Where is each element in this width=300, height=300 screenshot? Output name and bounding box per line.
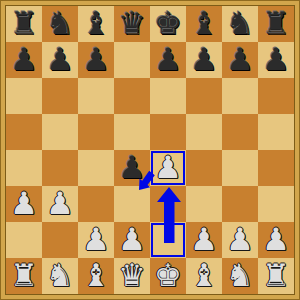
piece-black-bishop[interactable]: ♝	[190, 5, 218, 41]
square-h5[interactable]	[258, 114, 294, 150]
square-a6[interactable]	[6, 78, 42, 114]
piece-white-pawn[interactable]: ♟	[10, 185, 38, 221]
square-e1[interactable]: ♚	[150, 258, 186, 294]
piece-black-knight[interactable]: ♞	[226, 5, 254, 41]
square-c2[interactable]: ♟	[78, 222, 114, 258]
square-h7[interactable]: ♟	[258, 42, 294, 78]
square-b4[interactable]	[42, 150, 78, 186]
square-a7[interactable]: ♟	[6, 42, 42, 78]
piece-white-pawn[interactable]: ♟	[82, 221, 110, 257]
square-d7[interactable]	[114, 42, 150, 78]
square-f2[interactable]: ♟	[186, 222, 222, 258]
square-g3[interactable]	[222, 186, 258, 222]
square-b7[interactable]: ♟	[42, 42, 78, 78]
square-a3[interactable]: ♟	[6, 186, 42, 222]
square-e5[interactable]	[150, 114, 186, 150]
square-d5[interactable]	[114, 114, 150, 150]
square-g8[interactable]: ♞	[222, 6, 258, 42]
square-c7[interactable]: ♟	[78, 42, 114, 78]
square-f8[interactable]: ♝	[186, 6, 222, 42]
piece-white-bishop[interactable]: ♝	[190, 257, 218, 293]
square-h1[interactable]: ♜	[258, 258, 294, 294]
piece-black-knight[interactable]: ♞	[46, 5, 74, 41]
piece-black-pawn[interactable]: ♟	[226, 41, 254, 77]
square-h4[interactable]	[258, 150, 294, 186]
square-f7[interactable]: ♟	[186, 42, 222, 78]
piece-white-pawn[interactable]: ♟	[262, 221, 290, 257]
piece-white-bishop[interactable]: ♝	[82, 257, 110, 293]
square-b6[interactable]	[42, 78, 78, 114]
square-d8[interactable]: ♛	[114, 6, 150, 42]
square-f3[interactable]	[186, 186, 222, 222]
square-b8[interactable]: ♞	[42, 6, 78, 42]
piece-white-king[interactable]: ♚	[154, 257, 182, 293]
square-e4[interactable]: ♟	[150, 150, 186, 186]
square-g7[interactable]: ♟	[222, 42, 258, 78]
square-d4[interactable]: ♟	[114, 150, 150, 186]
square-e6[interactable]	[150, 78, 186, 114]
piece-black-bishop[interactable]: ♝	[82, 5, 110, 41]
square-c4[interactable]	[78, 150, 114, 186]
square-f6[interactable]	[186, 78, 222, 114]
piece-white-rook[interactable]: ♜	[262, 257, 290, 293]
piece-black-rook[interactable]: ♜	[262, 5, 290, 41]
square-f5[interactable]	[186, 114, 222, 150]
square-g6[interactable]	[222, 78, 258, 114]
square-a2[interactable]	[6, 222, 42, 258]
square-c3[interactable]	[78, 186, 114, 222]
square-d3[interactable]	[114, 186, 150, 222]
piece-white-rook[interactable]: ♜	[10, 257, 38, 293]
square-h6[interactable]	[258, 78, 294, 114]
piece-white-pawn[interactable]: ♟	[190, 221, 218, 257]
piece-white-pawn[interactable]: ♟	[226, 221, 254, 257]
square-a1[interactable]: ♜	[6, 258, 42, 294]
piece-black-pawn[interactable]: ♟	[262, 41, 290, 77]
piece-black-pawn[interactable]: ♟	[46, 41, 74, 77]
piece-black-pawn[interactable]: ♟	[82, 41, 110, 77]
square-f1[interactable]: ♝	[186, 258, 222, 294]
square-c1[interactable]: ♝	[78, 258, 114, 294]
square-d2[interactable]: ♟	[114, 222, 150, 258]
square-b1[interactable]: ♞	[42, 258, 78, 294]
chess-app-window: ♜♞♝♛♚♝♞♜♟♟♟♟♟♟♟♟♟♟♟♟♟♟♟♟♜♞♝♛♚♝♞♜	[0, 0, 300, 300]
square-c5[interactable]	[78, 114, 114, 150]
square-d6[interactable]	[114, 78, 150, 114]
square-c8[interactable]: ♝	[78, 6, 114, 42]
piece-black-pawn[interactable]: ♟	[154, 41, 182, 77]
piece-black-king[interactable]: ♚	[154, 5, 182, 41]
square-a4[interactable]	[6, 150, 42, 186]
square-b3[interactable]: ♟	[42, 186, 78, 222]
square-h8[interactable]: ♜	[258, 6, 294, 42]
piece-black-rook[interactable]: ♜	[10, 5, 38, 41]
square-g5[interactable]	[222, 114, 258, 150]
chess-board[interactable]: ♜♞♝♛♚♝♞♜♟♟♟♟♟♟♟♟♟♟♟♟♟♟♟♟♜♞♝♛♚♝♞♜	[6, 6, 294, 294]
square-b5[interactable]	[42, 114, 78, 150]
piece-black-queen[interactable]: ♛	[118, 5, 146, 41]
square-g4[interactable]	[222, 150, 258, 186]
piece-white-knight[interactable]: ♞	[226, 257, 254, 293]
piece-white-pawn[interactable]: ♟	[154, 149, 182, 185]
piece-white-pawn[interactable]: ♟	[118, 221, 146, 257]
square-f4[interactable]	[186, 150, 222, 186]
square-a8[interactable]: ♜	[6, 6, 42, 42]
square-e7[interactable]: ♟	[150, 42, 186, 78]
piece-black-pawn[interactable]: ♟	[118, 149, 146, 185]
square-d1[interactable]: ♛	[114, 258, 150, 294]
square-h3[interactable]	[258, 186, 294, 222]
square-h2[interactable]: ♟	[258, 222, 294, 258]
square-e8[interactable]: ♚	[150, 6, 186, 42]
piece-white-knight[interactable]: ♞	[46, 257, 74, 293]
square-g2[interactable]: ♟	[222, 222, 258, 258]
piece-white-pawn[interactable]: ♟	[46, 185, 74, 221]
piece-black-pawn[interactable]: ♟	[10, 41, 38, 77]
piece-black-pawn[interactable]: ♟	[190, 41, 218, 77]
square-e3[interactable]	[150, 186, 186, 222]
square-a5[interactable]	[6, 114, 42, 150]
square-e2[interactable]	[150, 222, 186, 258]
square-b2[interactable]	[42, 222, 78, 258]
piece-white-queen[interactable]: ♛	[118, 257, 146, 293]
square-c6[interactable]	[78, 78, 114, 114]
square-g1[interactable]: ♞	[222, 258, 258, 294]
